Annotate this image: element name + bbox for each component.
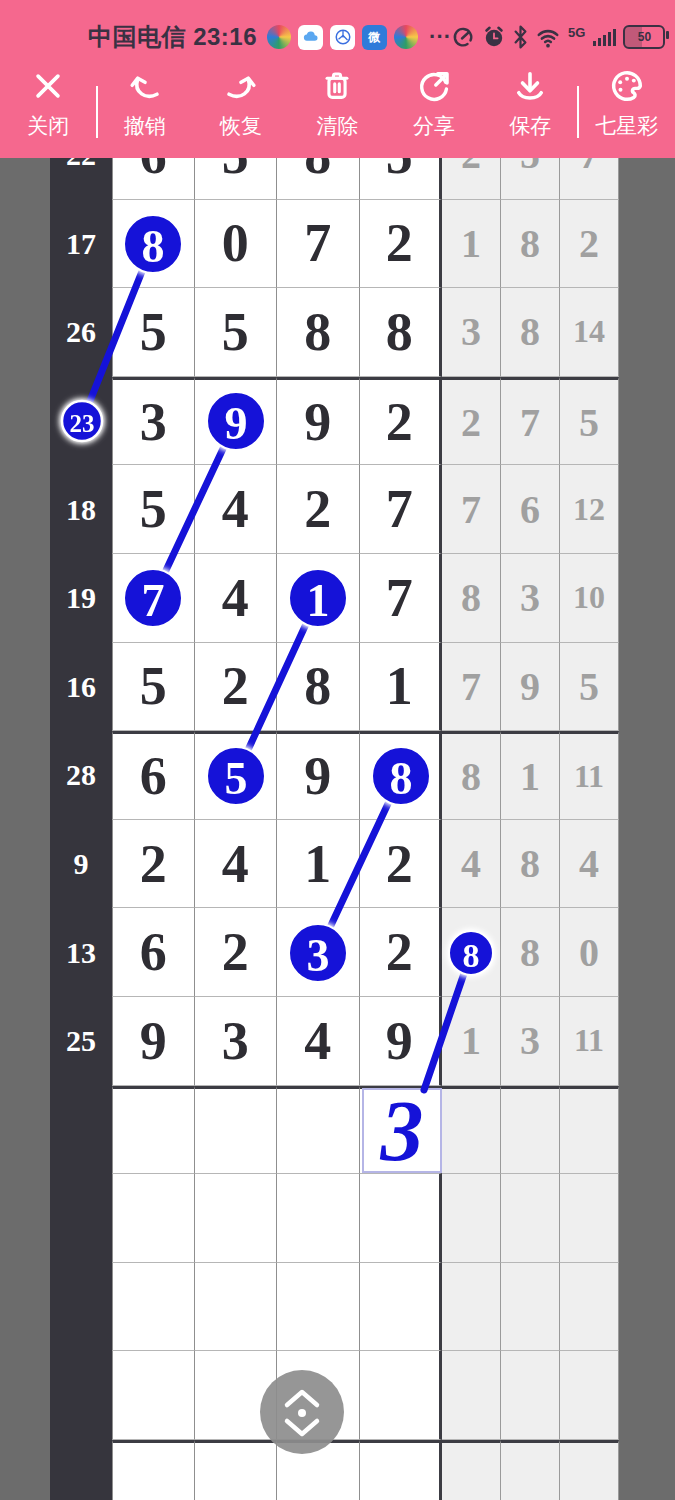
stat-cell: 6 [501,465,560,554]
stat-cell: 8 [501,908,560,997]
wifi-icon [535,25,561,49]
row-label [50,1174,112,1263]
stat-cell: 8 [501,820,560,909]
alarm-icon [482,25,506,49]
stat-cell [501,1440,560,1500]
stat-cell [560,1263,619,1352]
toolbar-button-palette[interactable]: 七星彩 [579,62,675,158]
number-cell[interactable] [195,1174,278,1263]
number-cell[interactable]: 5 [195,288,278,377]
number-cell[interactable]: 4 [195,820,278,909]
number-cell[interactable]: 9 [277,377,360,466]
number-cell[interactable]: 9 [277,731,360,820]
battery-percent: 50 [638,30,651,44]
number-cell[interactable]: 9 [112,997,195,1086]
number-cell[interactable]: 2 [195,643,278,732]
undo-icon [127,62,163,106]
stat-cell: 1 [501,731,560,820]
stat-cell: 1 [442,997,501,1086]
number-cell[interactable]: 2 [277,465,360,554]
stat-cell: 14 [560,288,619,377]
toolbar-button-label: 分享 [413,112,455,140]
number-cell[interactable] [360,1351,443,1440]
number-cell[interactable] [277,1086,360,1175]
number-cell[interactable] [112,200,195,289]
battery-nub [666,31,669,39]
row-label: 18 [50,465,112,554]
number-cell[interactable] [195,377,278,466]
stat-cell: 8 [501,200,560,289]
bluetooth-icon [513,25,528,49]
number-cell[interactable]: 4 [195,554,278,643]
row-label: 26 [50,288,112,377]
number-cell[interactable] [277,1174,360,1263]
number-cell[interactable]: 2 [360,820,443,909]
number-cell[interactable]: 1 [277,820,360,909]
number-cell[interactable]: 6 [112,908,195,997]
number-cell[interactable]: 2 [360,200,443,289]
network-type-label: 5G [568,26,585,39]
number-cell[interactable] [360,1174,443,1263]
number-cell[interactable] [195,731,278,820]
number-cell[interactable]: 7 [360,465,443,554]
number-cell[interactable] [360,1263,443,1352]
stat-cell: 3 [501,554,560,643]
toolbar-button-label: 七星彩 [595,112,658,140]
number-cell[interactable]: 7 [360,554,443,643]
row-label: 28 [50,731,112,820]
number-cell[interactable]: 9 [360,997,443,1086]
toolbar-button-label: 关闭 [27,112,69,140]
stat-cell: 9 [501,643,560,732]
number-cell[interactable]: 7 [277,200,360,289]
number-cell[interactable] [360,1440,443,1500]
stat-cell [560,1086,619,1175]
save-icon [512,62,548,106]
more-notifications-ellipsis: ··· [429,24,451,50]
stat-cell [560,1440,619,1500]
trash-icon [320,62,354,106]
stat-cell: 2 [560,200,619,289]
number-cell[interactable]: 4 [277,997,360,1086]
row-label [50,1351,112,1440]
pinwheel-app-icon [267,25,291,49]
number-cell[interactable] [112,1440,195,1500]
number-cell[interactable]: 8 [277,288,360,377]
stat-cell: 5 [560,377,619,466]
carrier-and-time: 中国电信 23:16 [88,21,257,53]
share-icon [416,62,452,106]
stat-cell: 7 [442,465,501,554]
number-cell[interactable]: 3 [195,997,278,1086]
toolbar-button-close[interactable]: 关闭 [0,62,96,158]
system-status-icons: 5G 50 [451,25,665,49]
number-cell[interactable] [277,1263,360,1352]
stat-cell [560,1351,619,1440]
stat-cell [501,1263,560,1352]
stat-cell [442,1086,501,1175]
toolbar-button-label: 恢复 [220,112,262,140]
row-label [50,377,112,466]
stat-cell: 3 [442,288,501,377]
toolbar-button-save[interactable]: 保存 [482,62,578,158]
stat-cell: 11 [560,997,619,1086]
signal-bars-icon [592,25,616,49]
toolbar-divider [96,86,98,138]
number-cell[interactable]: 5 [112,288,195,377]
toolbar-button-undo[interactable]: 撤销 [96,62,192,158]
number-cell[interactable] [112,1263,195,1352]
stat-cell: 1 [442,200,501,289]
stat-cell: 12 [560,465,619,554]
notification-icons: 微 ··· [267,24,451,50]
number-cell[interactable]: 0 [195,200,278,289]
stat-cell [501,1351,560,1440]
stat-cell [442,1440,501,1500]
stat-cell [501,1086,560,1175]
row-label: 16 [50,643,112,732]
number-cell[interactable] [277,554,360,643]
number-cell[interactable]: 2 [360,377,443,466]
row-label [50,1086,112,1175]
stat-cell [560,1174,619,1263]
number-cell[interactable]: 8 [277,643,360,732]
number-cell[interactable]: 3 [112,377,195,466]
number-cell[interactable]: 2 [360,908,443,997]
pinwheel-app-icon-2 [394,25,418,49]
toolbar-button-label: 清除 [316,112,358,140]
stat-cell: 7 [442,643,501,732]
row-label [50,1440,112,1500]
compass-app-icon [330,25,355,50]
toolbar-button-share[interactable]: 分享 [386,62,482,158]
stat-cell: 8 [501,288,560,377]
number-cell[interactable]: 2 [195,908,278,997]
stat-cell: 11 [560,731,619,820]
stat-cell: 8 [442,554,501,643]
close-icon [31,62,65,106]
number-cell[interactable]: 5 [112,643,195,732]
scroll-up-down-icon [260,1370,344,1454]
toolbar-button-label: 保存 [509,112,551,140]
blue-app-icon: 微 [362,25,387,50]
toolbar-divider [577,86,579,138]
stat-cell [442,1263,501,1352]
stat-cell: 8 [442,731,501,820]
stat-cell [442,1351,501,1440]
row-label: 9 [50,820,112,909]
stat-cell: 10 [560,554,619,643]
row-label: 25 [50,997,112,1086]
number-cell[interactable]: 4 [195,465,278,554]
battery-icon: 50 [623,25,665,49]
stat-cell [442,908,501,997]
number-cell[interactable]: 5 [112,465,195,554]
stat-cell: 5 [560,643,619,732]
selected-input-cell[interactable]: 3 [362,1088,442,1173]
stat-cell [501,1174,560,1263]
cloud-app-icon [298,25,323,50]
number-cell[interactable] [112,554,195,643]
number-cell[interactable]: 2 [112,820,195,909]
number-cell[interactable] [112,1086,195,1175]
toolbar-button-label: 撤销 [124,112,166,140]
stat-cell: 4 [560,820,619,909]
number-cell[interactable] [112,1351,195,1440]
stat-cell: 7 [501,377,560,466]
redo-icon [223,62,259,106]
toolbar: 关闭撤销恢复清除分享保存七星彩 [0,62,675,158]
scroll-handle[interactable] [260,1370,344,1454]
trend-grid: 2265852571707218226558838143922751854277… [50,111,619,1500]
palette-icon [608,62,646,106]
stat-cell: 0 [560,908,619,997]
number-cell[interactable] [112,1174,195,1263]
app-screen: 2265852571707218226558838143922751854277… [0,0,675,1500]
number-cell[interactable] [195,1086,278,1175]
row-label: 19 [50,554,112,643]
status-bar: 中国电信 23:16 微 ··· [0,14,675,60]
row-label: 13 [50,908,112,997]
number-cell[interactable] [277,908,360,997]
stat-cell: 4 [442,820,501,909]
number-cell[interactable]: 8 [360,288,443,377]
row-label [50,1263,112,1352]
stat-cell: 2 [442,377,501,466]
toolbar-button-trash[interactable]: 清除 [289,62,385,158]
number-cell[interactable] [195,1263,278,1352]
number-cell[interactable]: 6 [112,731,195,820]
header: 中国电信 23:16 微 ··· [0,0,675,158]
number-cell[interactable]: 1 [360,643,443,732]
data-saver-icon [451,25,475,49]
number-cell[interactable] [360,731,443,820]
toolbar-button-redo[interactable]: 恢复 [193,62,289,158]
row-label: 17 [50,200,112,289]
stat-cell [442,1174,501,1263]
stat-cell: 3 [501,997,560,1086]
